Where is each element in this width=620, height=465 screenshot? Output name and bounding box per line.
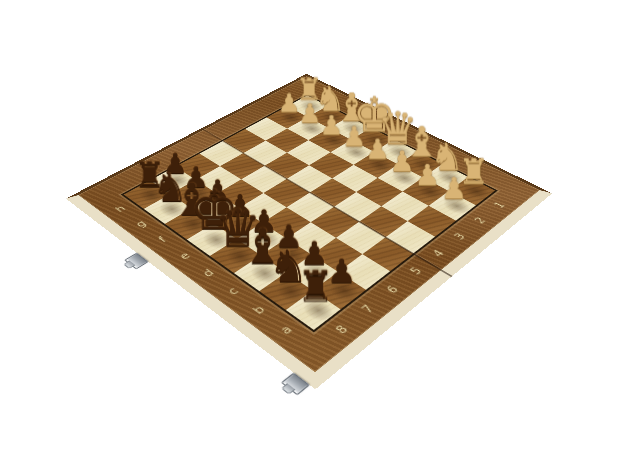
corner-latch-icon — [281, 373, 310, 396]
file-label-h: h — [99, 196, 141, 222]
file-label-d: d — [186, 258, 232, 289]
side-latch-icon — [124, 253, 148, 270]
product-photo-stage: abcdefgh 87654321 ♜♞♝♛♚♝♞♜♟♟♟♟♟♟♟♟♟♟♟♟♟♟… — [0, 0, 620, 465]
piece-glyph: ♟ — [422, 175, 487, 204]
pieces-layer: ♜♞♝♛♚♝♞♜♟♟♟♟♟♟♟♟♟♟♟♟♟♟♟♟♜♞♝♛♚♝♞♜ — [124, 96, 495, 330]
chess-board: abcdefgh 87654321 ♜♞♝♛♚♝♞♜♟♟♟♟♟♟♟♟♟♟♟♟♟♟… — [66, 74, 552, 390]
piece-glyph: ♜ — [278, 267, 353, 308]
